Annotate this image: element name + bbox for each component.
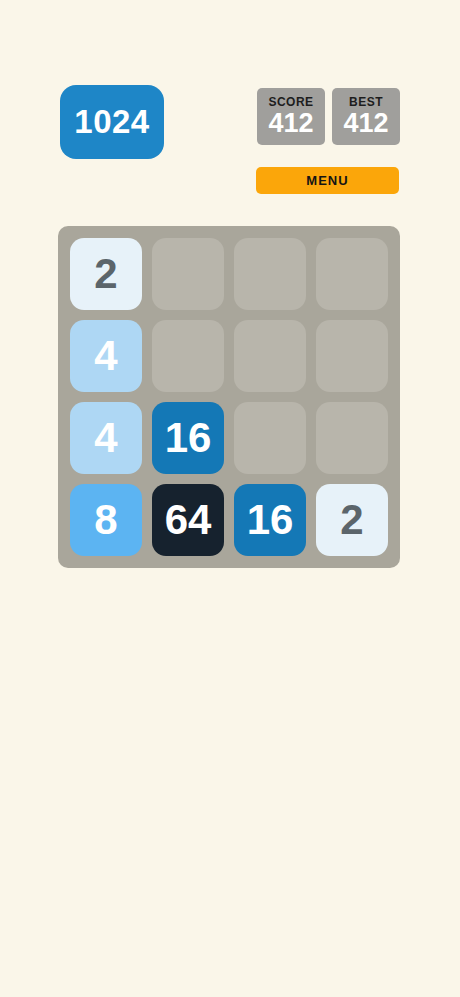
tile-16: 16: [152, 402, 224, 474]
best-label: BEST: [349, 96, 383, 109]
logo-label: 1024: [74, 103, 149, 141]
empty-cell: [234, 402, 306, 474]
score-row: SCORE 412 BEST 412: [257, 88, 400, 145]
score-label: SCORE: [268, 96, 313, 109]
tile-64: 64: [152, 484, 224, 556]
best-value: 412: [343, 109, 388, 137]
score-value: 412: [268, 109, 313, 137]
app-background: { "game": "2048", "position": "2 0 0 0 /…: [0, 0, 460, 997]
empty-cell: [316, 238, 388, 310]
tile-2: 2: [316, 484, 388, 556]
empty-cell: [234, 238, 306, 310]
tile-4: 4: [70, 320, 142, 392]
empty-cell: [316, 402, 388, 474]
empty-cell: [152, 238, 224, 310]
logo-tile-1024: 1024: [60, 85, 164, 159]
empty-cell: [234, 320, 306, 392]
game-board[interactable]: 24416864162: [58, 226, 400, 568]
tile-4: 4: [70, 402, 142, 474]
menu-button[interactable]: MENU: [256, 167, 399, 194]
empty-cell: [152, 320, 224, 392]
empty-cell: [316, 320, 388, 392]
tile-16: 16: [234, 484, 306, 556]
score-box: SCORE 412: [257, 88, 325, 145]
tile-2: 2: [70, 238, 142, 310]
menu-button-label: MENU: [306, 173, 348, 188]
best-box: BEST 412: [332, 88, 400, 145]
tile-8: 8: [70, 484, 142, 556]
